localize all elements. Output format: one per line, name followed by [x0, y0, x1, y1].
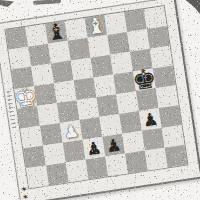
photo-corner-shadow-topleft: [0, 0, 14, 7]
photo-scene: ✶ ✶ ♝♝♚♚♟♟♟♟: [0, 0, 200, 200]
corner-emblem-glyph: ✶: [22, 193, 30, 200]
photo-edge-shadow-top: [33, 0, 61, 5]
square-h1: [165, 145, 188, 168]
chess-board: ✶ ✶ ♝♝♚♚♟♟♟♟: [0, 0, 200, 200]
board-grid: ♝♝♚♚♟♟♟♟: [5, 6, 187, 188]
photo-corner-shadow-topright: [183, 0, 200, 14]
